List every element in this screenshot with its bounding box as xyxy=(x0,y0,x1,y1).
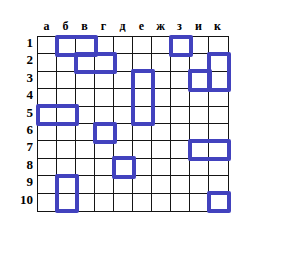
ship-б9-б10[interactable] xyxy=(55,174,79,214)
col-label-в: в xyxy=(75,19,94,34)
col-label-б: б xyxy=(56,19,75,34)
ship-г6[interactable] xyxy=(93,122,117,144)
battleship-diagram: абвгдежзик 12345678910 xyxy=(0,0,286,275)
col-label-е: е xyxy=(132,19,151,34)
ship-д8[interactable] xyxy=(112,156,136,178)
row-label-8: 8 xyxy=(4,157,33,174)
col-label-к: к xyxy=(208,19,227,34)
ship-а5-б5[interactable] xyxy=(36,104,79,126)
col-label-з: з xyxy=(170,19,189,34)
ship-е3-е5[interactable] xyxy=(131,69,155,126)
row-label-10: 10 xyxy=(4,192,33,209)
col-label-ж: ж xyxy=(151,19,170,34)
row-label-3: 3 xyxy=(4,70,33,87)
col-label-и: и xyxy=(189,19,208,34)
ship-к10[interactable] xyxy=(207,191,231,213)
col-label-г: г xyxy=(94,19,113,34)
row-label-2: 2 xyxy=(4,52,33,69)
ship-и3[interactable] xyxy=(188,69,212,91)
ship-и7-к7[interactable] xyxy=(188,139,231,161)
ships-layer xyxy=(38,37,228,211)
row-label-5: 5 xyxy=(4,105,33,122)
row-label-1: 1 xyxy=(4,35,33,52)
ship-з1[interactable] xyxy=(169,35,193,57)
row-labels: 12345678910 xyxy=(4,35,33,209)
column-labels: абвгдежзик xyxy=(37,19,227,34)
ship-в2-г2[interactable] xyxy=(74,52,117,74)
col-label-а: а xyxy=(37,19,56,34)
row-label-9: 9 xyxy=(4,174,33,191)
row-label-7: 7 xyxy=(4,139,33,156)
col-label-д: д xyxy=(113,19,132,34)
row-label-4: 4 xyxy=(4,87,33,104)
row-label-6: 6 xyxy=(4,122,33,139)
